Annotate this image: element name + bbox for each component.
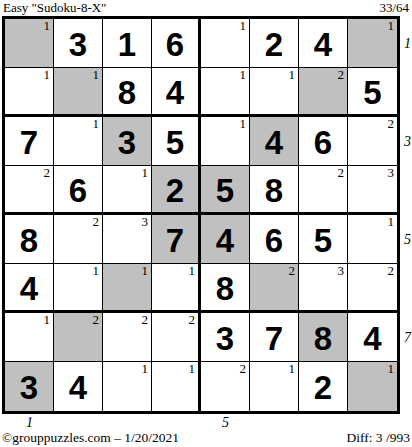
pencil-mark: 1 bbox=[289, 362, 296, 376]
sudoku-page: Easy "Sudoku-8-X" 33/64 1316124111841125… bbox=[0, 0, 412, 447]
cell-r3c7[interactable]: 6 bbox=[299, 117, 348, 166]
cell-value: 4 bbox=[20, 270, 38, 305]
cell-r1c5[interactable]: 1 bbox=[201, 19, 250, 68]
cell-value: 3 bbox=[20, 369, 38, 404]
cell-r6c1[interactable]: 4 bbox=[5, 264, 54, 313]
cell-value: 6 bbox=[265, 222, 283, 257]
cell-r1c3[interactable]: 1 bbox=[103, 19, 152, 68]
cell-value: 4 bbox=[265, 124, 283, 159]
row-label-1: 1 bbox=[404, 35, 412, 53]
cell-r7c8[interactable]: 4 bbox=[348, 313, 397, 362]
cell-r1c7[interactable]: 4 bbox=[299, 19, 348, 68]
cell-r6c5[interactable]: 8 bbox=[201, 264, 250, 313]
cell-r7c1[interactable]: 1 bbox=[5, 313, 54, 362]
cell-value: 4 bbox=[69, 369, 87, 404]
pencil-mark: 2 bbox=[240, 362, 247, 376]
row-label-3: 3 bbox=[404, 133, 412, 151]
cell-r2c6[interactable]: 1 bbox=[250, 68, 299, 117]
cell-value: 5 bbox=[216, 172, 234, 207]
cell-r8c3[interactable]: 1 bbox=[103, 362, 152, 411]
cell-r4c1[interactable]: 2 bbox=[5, 166, 54, 215]
pencil-mark: 2 bbox=[189, 313, 196, 327]
cell-r7c6[interactable]: 7 bbox=[250, 313, 299, 362]
pencil-mark: 1 bbox=[388, 215, 395, 229]
col-label-5: 5 bbox=[221, 415, 231, 431]
cell-value: 3 bbox=[69, 26, 87, 61]
cell-r3c1[interactable]: 7 bbox=[5, 117, 54, 166]
cell-value: 2 bbox=[314, 369, 332, 404]
cell-r7c5[interactable]: 3 bbox=[201, 313, 250, 362]
row-label-5: 5 bbox=[404, 231, 412, 249]
cell-value: 2 bbox=[265, 26, 283, 61]
cell-value: 6 bbox=[314, 124, 332, 159]
cell-r8c5[interactable]: 2 bbox=[201, 362, 250, 411]
pencil-mark: 1 bbox=[240, 68, 247, 82]
cell-r2c5[interactable]: 1 bbox=[201, 68, 250, 117]
cell-value: 4 bbox=[216, 222, 234, 257]
cell-r4c5[interactable]: 5 bbox=[201, 166, 250, 215]
sudoku-board: 1316124111841125713514622612582382374651… bbox=[2, 16, 400, 414]
cell-r6c2[interactable]: 1 bbox=[54, 264, 103, 313]
pencil-mark: 1 bbox=[240, 117, 247, 131]
cell-r7c2[interactable]: 2 bbox=[54, 313, 103, 362]
cell-value: 2 bbox=[166, 172, 184, 207]
cell-r5c4[interactable]: 7 bbox=[152, 215, 201, 264]
cell-r1c2[interactable]: 3 bbox=[54, 19, 103, 68]
pencil-mark: 2 bbox=[289, 264, 296, 278]
cell-r4c6[interactable]: 8 bbox=[250, 166, 299, 215]
cell-r7c3[interactable]: 2 bbox=[103, 313, 152, 362]
cell-value: 4 bbox=[363, 320, 381, 355]
cell-r2c2[interactable]: 1 bbox=[54, 68, 103, 117]
pencil-mark: 1 bbox=[142, 166, 149, 180]
cell-r1c6[interactable]: 2 bbox=[250, 19, 299, 68]
cell-r6c6[interactable]: 2 bbox=[250, 264, 299, 313]
pencil-mark: 2 bbox=[338, 166, 345, 180]
pencil-mark: 2 bbox=[93, 215, 100, 229]
pencil-mark: 1 bbox=[240, 19, 247, 33]
pencil-mark: 1 bbox=[189, 362, 196, 376]
puzzle-counter: 33/64 bbox=[379, 0, 409, 15]
pencil-mark: 1 bbox=[289, 68, 296, 82]
cell-r8c7[interactable]: 2 bbox=[299, 362, 348, 411]
cell-r5c8[interactable]: 1 bbox=[348, 215, 397, 264]
cell-r5c5[interactable]: 4 bbox=[201, 215, 250, 264]
cell-r6c8[interactable]: 2 bbox=[348, 264, 397, 313]
pencil-mark: 1 bbox=[44, 68, 51, 82]
cell-r2c4[interactable]: 4 bbox=[152, 68, 201, 117]
pencil-mark: 2 bbox=[388, 264, 395, 278]
header: Easy "Sudoku-8-X" 33/64 bbox=[3, 0, 409, 15]
cell-value: 8 bbox=[118, 74, 136, 109]
pencil-mark: 1 bbox=[93, 68, 100, 82]
pencil-mark: 1 bbox=[93, 117, 100, 131]
pencil-mark: 1 bbox=[93, 264, 100, 278]
col-label-1: 1 bbox=[25, 415, 35, 431]
footer: ©grouppuzzles.com – 1/20/2021 Diff: 3 /9… bbox=[2, 430, 410, 446]
pencil-mark: 1 bbox=[142, 362, 149, 376]
cell-value: 5 bbox=[314, 222, 332, 257]
pencil-mark: 3 bbox=[338, 264, 345, 278]
cell-value: 7 bbox=[20, 124, 38, 159]
cell-value: 8 bbox=[216, 270, 234, 305]
cell-value: 4 bbox=[166, 74, 184, 109]
cell-r5c3[interactable]: 3 bbox=[103, 215, 152, 264]
pencil-mark: 2 bbox=[338, 68, 345, 82]
cell-value: 5 bbox=[363, 74, 381, 109]
cell-r1c8[interactable]: 1 bbox=[348, 19, 397, 68]
cell-value: 3 bbox=[216, 320, 234, 355]
cell-r4c7[interactable]: 2 bbox=[299, 166, 348, 215]
pencil-mark: 1 bbox=[189, 264, 196, 278]
cell-r8c6[interactable]: 1 bbox=[250, 362, 299, 411]
cell-r4c4[interactable]: 2 bbox=[152, 166, 201, 215]
puzzle-title: Easy "Sudoku-8-X" bbox=[3, 0, 106, 15]
cell-r1c1[interactable]: 1 bbox=[5, 19, 54, 68]
pencil-mark: 2 bbox=[142, 313, 149, 327]
pencil-mark: 1 bbox=[44, 19, 51, 33]
cell-r6c7[interactable]: 3 bbox=[299, 264, 348, 313]
pencil-mark: 2 bbox=[44, 166, 51, 180]
cell-r2c3[interactable]: 8 bbox=[103, 68, 152, 117]
cell-value: 4 bbox=[314, 26, 332, 61]
cell-r1c4[interactable]: 6 bbox=[152, 19, 201, 68]
cell-value: 8 bbox=[20, 222, 38, 257]
pencil-mark: 1 bbox=[388, 19, 395, 33]
row-label-7: 7 bbox=[404, 329, 412, 347]
pencil-mark: 2 bbox=[388, 117, 395, 131]
cell-value: 6 bbox=[69, 172, 87, 207]
cell-r3c4[interactable]: 5 bbox=[152, 117, 201, 166]
pencil-mark: 1 bbox=[142, 264, 149, 278]
cell-r4c3[interactable]: 1 bbox=[103, 166, 152, 215]
cell-value: 5 bbox=[166, 124, 184, 159]
pencil-mark: 3 bbox=[388, 166, 395, 180]
pencil-mark: 2 bbox=[93, 313, 100, 327]
pencil-mark: 1 bbox=[44, 313, 51, 327]
cell-r3c3[interactable]: 3 bbox=[103, 117, 152, 166]
cell-r3c2[interactable]: 1 bbox=[54, 117, 103, 166]
cell-value: 7 bbox=[265, 320, 283, 355]
cell-r5c1[interactable]: 8 bbox=[5, 215, 54, 264]
cell-r5c7[interactable]: 5 bbox=[299, 215, 348, 264]
cell-r8c2[interactable]: 4 bbox=[54, 362, 103, 411]
cell-r2c7[interactable]: 2 bbox=[299, 68, 348, 117]
difficulty-text: Diff: 3 /993 bbox=[347, 430, 411, 446]
cell-value: 6 bbox=[166, 26, 184, 61]
cell-r3c6[interactable]: 4 bbox=[250, 117, 299, 166]
cell-r8c1[interactable]: 3 bbox=[5, 362, 54, 411]
cell-r3c5[interactable]: 1 bbox=[201, 117, 250, 166]
cell-value: 1 bbox=[118, 26, 136, 61]
cell-value: 3 bbox=[118, 124, 136, 159]
pencil-mark: 3 bbox=[142, 215, 149, 229]
cell-r6c3[interactable]: 1 bbox=[103, 264, 152, 313]
cell-r6c4[interactable]: 1 bbox=[152, 264, 201, 313]
copyright-date-text: ©grouppuzzles.com – 1/20/2021 bbox=[2, 430, 179, 446]
cell-r3c8[interactable]: 2 bbox=[348, 117, 397, 166]
pencil-mark: 1 bbox=[388, 362, 395, 376]
cell-r8c8[interactable]: 1 bbox=[348, 362, 397, 411]
cell-r4c2[interactable]: 6 bbox=[54, 166, 103, 215]
cell-r2c1[interactable]: 1 bbox=[5, 68, 54, 117]
cell-r8c4[interactable]: 1 bbox=[152, 362, 201, 411]
cell-value: 7 bbox=[166, 222, 184, 257]
cell-r2c8[interactable]: 5 bbox=[348, 68, 397, 117]
cell-r7c7[interactable]: 8 bbox=[299, 313, 348, 362]
cell-r4c8[interactable]: 3 bbox=[348, 166, 397, 215]
cell-value: 8 bbox=[314, 320, 332, 355]
cell-r5c2[interactable]: 2 bbox=[54, 215, 103, 264]
cell-r5c6[interactable]: 6 bbox=[250, 215, 299, 264]
cell-value: 8 bbox=[265, 172, 283, 207]
cell-r7c4[interactable]: 2 bbox=[152, 313, 201, 362]
